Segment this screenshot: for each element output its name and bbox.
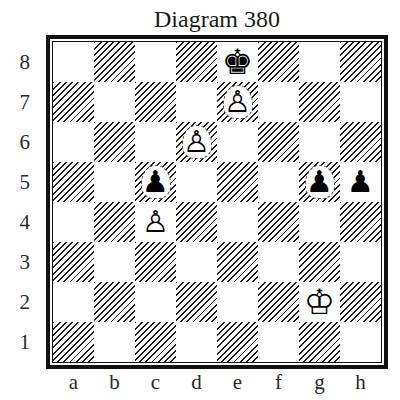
square-e5 <box>217 162 258 202</box>
square-b5 <box>94 162 135 202</box>
black-pawn-c5: ♟ <box>141 165 171 199</box>
board-grid: ♚♙♙♟♟♟♙♔ <box>52 41 382 363</box>
square-g8 <box>299 42 340 82</box>
square-c5: ♟ <box>135 162 176 202</box>
square-d3 <box>176 242 217 282</box>
square-d1 <box>176 322 217 362</box>
square-d5 <box>176 162 217 202</box>
square-f3 <box>258 242 299 282</box>
square-a7 <box>53 82 94 122</box>
square-e3 <box>217 242 258 282</box>
square-f7 <box>258 82 299 122</box>
file-label-a: a <box>53 369 94 395</box>
square-c6 <box>135 122 176 162</box>
square-f6 <box>258 122 299 162</box>
rank-labels: 87654321 <box>0 35 46 362</box>
file-label-b: b <box>94 369 135 395</box>
square-a8 <box>53 42 94 82</box>
rank-label-2: 2 <box>0 282 46 322</box>
rank-label-6: 6 <box>0 122 46 162</box>
black-pawn-h5: ♟ <box>346 165 376 199</box>
square-g2: ♔ <box>299 282 340 322</box>
square-a4 <box>53 202 94 242</box>
square-b8 <box>94 42 135 82</box>
square-a3 <box>53 242 94 282</box>
square-b3 <box>94 242 135 282</box>
diagram-page: Diagram 380 87654321 ♚♙♙♟♟♟♙♔ abcdefgh <box>0 0 400 400</box>
file-label-h: h <box>340 369 381 395</box>
white-pawn-c4: ♙ <box>141 205 171 239</box>
square-b2 <box>94 282 135 322</box>
square-d4 <box>176 202 217 242</box>
square-d8 <box>176 42 217 82</box>
white-pawn-d6: ♙ <box>182 125 212 159</box>
square-e2 <box>217 282 258 322</box>
square-f5 <box>258 162 299 202</box>
square-a2 <box>53 282 94 322</box>
square-e1 <box>217 322 258 362</box>
square-f2 <box>258 282 299 322</box>
square-g3 <box>299 242 340 282</box>
square-g6 <box>299 122 340 162</box>
square-e6 <box>217 122 258 162</box>
square-h2 <box>340 282 381 322</box>
square-c2 <box>135 282 176 322</box>
white-king-g2: ♔ <box>305 285 335 319</box>
board-area: 87654321 ♚♙♙♟♟♟♙♔ <box>0 35 400 369</box>
square-d6: ♙ <box>176 122 217 162</box>
square-f8 <box>258 42 299 82</box>
square-b6 <box>94 122 135 162</box>
rank-label-1: 1 <box>0 322 46 362</box>
square-f1 <box>258 322 299 362</box>
rank-label-7: 7 <box>0 82 46 122</box>
square-h4 <box>340 202 381 242</box>
square-e7: ♙ <box>217 82 258 122</box>
rank-label-8: 8 <box>0 42 46 82</box>
square-g4 <box>299 202 340 242</box>
square-b4 <box>94 202 135 242</box>
square-d2 <box>176 282 217 322</box>
square-c1 <box>135 322 176 362</box>
file-label-c: c <box>135 369 176 395</box>
file-label-f: f <box>258 369 299 395</box>
file-label-e: e <box>217 369 258 395</box>
square-a1 <box>53 322 94 362</box>
square-c8 <box>135 42 176 82</box>
white-pawn-e7: ♙ <box>223 85 253 119</box>
file-label-g: g <box>299 369 340 395</box>
square-e8: ♚ <box>217 42 258 82</box>
square-h8 <box>340 42 381 82</box>
diagram-title: Diagram 380 <box>46 5 388 35</box>
square-h3 <box>340 242 381 282</box>
square-h6 <box>340 122 381 162</box>
rank-label-5: 5 <box>0 162 46 202</box>
square-a5 <box>53 162 94 202</box>
square-c3 <box>135 242 176 282</box>
square-g7 <box>299 82 340 122</box>
black-pawn-g5: ♟ <box>305 165 335 199</box>
square-e4 <box>217 202 258 242</box>
square-c4: ♙ <box>135 202 176 242</box>
square-b7 <box>94 82 135 122</box>
square-h5: ♟ <box>340 162 381 202</box>
rank-label-4: 4 <box>0 202 46 242</box>
rank-label-3: 3 <box>0 242 46 282</box>
black-king-e8: ♚ <box>223 45 253 79</box>
square-g1 <box>299 322 340 362</box>
square-b1 <box>94 322 135 362</box>
square-g5: ♟ <box>299 162 340 202</box>
square-d7 <box>176 82 217 122</box>
square-h7 <box>340 82 381 122</box>
file-labels: abcdefgh <box>53 369 400 395</box>
chess-board: ♚♙♙♟♟♟♙♔ <box>46 35 388 369</box>
file-label-d: d <box>176 369 217 395</box>
square-h1 <box>340 322 381 362</box>
square-f4 <box>258 202 299 242</box>
square-a6 <box>53 122 94 162</box>
square-c7 <box>135 82 176 122</box>
